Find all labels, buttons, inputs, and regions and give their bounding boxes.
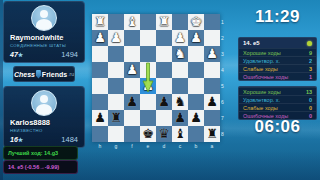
- piece-wR-d1: ♜: [156, 14, 172, 30]
- player-name: Raymondwhite: [10, 33, 78, 42]
- square-g7[interactable]: ♜: [108, 110, 124, 126]
- square-c7[interactable]: ♟: [172, 110, 188, 126]
- square-b6[interactable]: [188, 94, 204, 110]
- square-d3[interactable]: [156, 46, 172, 62]
- square-e5[interactable]: ♟: [140, 78, 156, 94]
- square-a2[interactable]: [204, 30, 220, 46]
- square-f4[interactable]: ♟: [124, 62, 140, 78]
- stat-label: Хорошие ходы: [243, 89, 281, 95]
- square-b1[interactable]: ♚: [188, 14, 204, 30]
- square-f1[interactable]: ♝: [124, 14, 140, 30]
- game-screen: Raymondwhite СОЕДИНЕННЫЕ ШТАТЫ 47★ 1494 …: [0, 0, 320, 180]
- board-grid: ♜♝♜♚♟♟♟♟♞♟♟♟♟♟♞♟♟♜♟♟♚♛♝♜: [92, 14, 220, 142]
- stat-row-good: Хорошие ходы9: [239, 48, 316, 56]
- square-d8[interactable]: ♛: [156, 126, 172, 142]
- rank-label-4: 4: [221, 62, 229, 78]
- square-b5[interactable]: [188, 78, 204, 94]
- square-a6[interactable]: ♟: [204, 94, 220, 110]
- square-f6[interactable]: ♟: [124, 94, 140, 110]
- stat-rows: Хорошие ходы13Удовлетвор. х.0Слабые ходы…: [239, 87, 316, 119]
- star-icon: ★: [18, 52, 23, 58]
- square-d7[interactable]: [156, 110, 172, 126]
- logo-text-tld: .ru: [68, 71, 74, 77]
- chess-board[interactable]: ♜♝♜♚♟♟♟♟♞♟♟♟♟♟♞♟♟♜♟♟♚♛♝♜: [92, 14, 220, 142]
- player-rating: 1484: [61, 135, 78, 144]
- rank-label-2: 2: [221, 30, 229, 46]
- piece-wP-g2: ♟: [108, 30, 124, 46]
- square-h8[interactable]: [92, 126, 108, 142]
- clock-top: 11:29: [238, 7, 317, 27]
- square-b7[interactable]: ♟: [188, 110, 204, 126]
- square-f7[interactable]: [124, 110, 140, 126]
- square-a8[interactable]: ♜: [204, 126, 220, 142]
- stat-row-ok: Удовлетвор. х.0: [239, 95, 316, 103]
- rank-label-3: 3: [221, 46, 229, 62]
- rank-label-8: 8: [221, 126, 229, 142]
- square-d6[interactable]: ♟: [156, 94, 172, 110]
- square-e7[interactable]: [140, 110, 156, 126]
- piece-wB-f1: ♝: [124, 14, 140, 30]
- square-c1[interactable]: [172, 14, 188, 30]
- piece-bB-c8: ♝: [172, 126, 188, 142]
- rank-label-7: 7: [221, 110, 229, 126]
- stat-value: 0: [309, 97, 312, 103]
- rank-label-5: 5: [221, 78, 229, 94]
- square-h1[interactable]: ♜: [92, 14, 108, 30]
- square-d2[interactable]: [156, 30, 172, 46]
- rank-label-6: 6: [221, 94, 229, 110]
- square-a7[interactable]: [204, 110, 220, 126]
- square-a1[interactable]: [204, 14, 220, 30]
- file-label-f: f: [124, 142, 140, 150]
- player-rating: 1494: [61, 50, 78, 59]
- logo-text-friends: Friends: [42, 71, 67, 78]
- last-move-label: 14. e5: [243, 40, 260, 46]
- square-h3[interactable]: [92, 46, 108, 62]
- stat-label: Хорошие ходы: [243, 50, 281, 56]
- piece-bR-a8: ♜: [204, 126, 220, 142]
- rank-label-1: 1: [221, 14, 229, 30]
- square-c6[interactable]: ♞: [172, 94, 188, 110]
- file-labels: hgfedcba: [92, 142, 220, 150]
- player-stars: 16★: [10, 136, 23, 143]
- piece-bP-h7: ♟: [92, 110, 108, 126]
- square-c4[interactable]: [172, 62, 188, 78]
- piece-bR-g7: ♜: [108, 110, 124, 126]
- piece-wP-f4: ♟: [124, 62, 140, 78]
- square-c2[interactable]: ♟: [172, 30, 188, 46]
- best-move-annotation: Лучший ход: 14.g3: [3, 146, 78, 160]
- avatar: [31, 90, 57, 116]
- stat-row-bad: Ошибочные ходы1: [239, 72, 316, 80]
- stat-label: Ошибочные ходы: [243, 74, 288, 80]
- square-e2[interactable]: [140, 30, 156, 46]
- square-g3[interactable]: [108, 46, 124, 62]
- square-h6[interactable]: [92, 94, 108, 110]
- square-c5[interactable]: [172, 78, 188, 94]
- square-f8[interactable]: [124, 126, 140, 142]
- square-c8[interactable]: ♝: [172, 126, 188, 142]
- player-card-top[interactable]: Raymondwhite СОЕДИНЕННЫЕ ШТАТЫ 47★ 1494: [3, 1, 85, 63]
- square-e1[interactable]: [140, 14, 156, 30]
- piece-bP-b7: ♟: [188, 110, 204, 126]
- stat-value: 13: [306, 89, 312, 95]
- file-label-e: e: [140, 142, 156, 150]
- square-g1[interactable]: [108, 14, 124, 30]
- piece-bN-c6: ♞: [172, 94, 188, 110]
- player-country: НЕИЗВЕСТНО: [10, 128, 78, 133]
- file-label-d: d: [156, 142, 172, 150]
- piece-wN-c3: ♞: [172, 46, 188, 62]
- square-b3[interactable]: [188, 46, 204, 62]
- stat-label: Удовлетвор. х.: [243, 58, 280, 64]
- square-a5[interactable]: [204, 78, 220, 94]
- stat-label: Удовлетвор. х.: [243, 97, 280, 103]
- star-icon: ★: [18, 137, 23, 143]
- piece-bP-c7: ♟: [172, 110, 188, 126]
- square-d5[interactable]: [156, 78, 172, 94]
- stat-label: Слабые ходы: [243, 66, 278, 72]
- stat-row-weak: Слабые ходы3: [239, 64, 316, 72]
- piece-bP-d6: ♟: [156, 94, 172, 110]
- stat-value: 2: [309, 58, 312, 64]
- square-e4[interactable]: [140, 62, 156, 78]
- square-h7[interactable]: ♟: [92, 110, 108, 126]
- stat-value: 1: [309, 74, 312, 80]
- square-h4[interactable]: [92, 62, 108, 78]
- piece-wP-a3: ♟: [204, 46, 220, 62]
- piece-wP-b2: ♟: [188, 30, 204, 46]
- piece-bK-e8: ♚: [140, 126, 156, 142]
- square-a3[interactable]: ♟: [204, 46, 220, 62]
- piece-wP-h2: ♟: [92, 30, 108, 46]
- square-h5[interactable]: [92, 78, 108, 94]
- square-g2[interactable]: ♟: [108, 30, 124, 46]
- square-f2[interactable]: [124, 30, 140, 46]
- player-country: СОЕДИНЕННЫЕ ШТАТЫ: [10, 43, 78, 48]
- square-b2[interactable]: ♟: [188, 30, 204, 46]
- shield-icon: [36, 70, 41, 79]
- file-label-a: a: [204, 142, 220, 150]
- file-label-g: g: [108, 142, 124, 150]
- player-card-bottom[interactable]: Karlos8888 НЕИЗВЕСТНО 16★ 1484: [3, 86, 85, 148]
- square-d4[interactable]: [156, 62, 172, 78]
- square-c3[interactable]: ♞: [172, 46, 188, 62]
- piece-bP-a6: ♟: [204, 94, 220, 110]
- site-logo[interactable]: Chess Friends .ru: [13, 66, 75, 82]
- played-move-annotation: 14. e5 (-0.56→-9.99): [3, 160, 78, 174]
- stat-rows: Хорошие ходы9Удовлетвор. х.2Слабые ходы3…: [239, 48, 316, 80]
- stat-row-weak: Слабые ходы0: [239, 103, 316, 111]
- stat-value: 0: [309, 105, 312, 111]
- square-b8[interactable]: [188, 126, 204, 142]
- stat-row-ok: Удовлетвор. х.2: [239, 56, 316, 64]
- analysis-panel-top[interactable]: 14. e5 Хорошие ходы9Удовлетвор. х.2Слабы…: [238, 37, 317, 81]
- file-label-b: b: [188, 142, 204, 150]
- square-g6[interactable]: [108, 94, 124, 110]
- stat-value: 3: [309, 66, 312, 72]
- piece-wP-c2: ♟: [172, 30, 188, 46]
- square-g4[interactable]: [108, 62, 124, 78]
- piece-bQ-d8: ♛: [156, 126, 172, 142]
- stat-row-good: Хорошие ходы13: [239, 87, 316, 95]
- square-e6[interactable]: [140, 94, 156, 110]
- square-a4[interactable]: [204, 62, 220, 78]
- clock-bottom: 06:06: [238, 117, 317, 137]
- square-g8[interactable]: [108, 126, 124, 142]
- analysis-panel-bottom[interactable]: Хорошие ходы13Удовлетвор. х.0Слабые ходы…: [238, 86, 317, 120]
- square-h2[interactable]: ♟: [92, 30, 108, 46]
- square-b4[interactable]: [188, 62, 204, 78]
- piece-wR-h1: ♜: [92, 14, 108, 30]
- square-e3[interactable]: [140, 46, 156, 62]
- player-name: Karlos8888: [10, 118, 78, 127]
- square-f3[interactable]: [124, 46, 140, 62]
- piece-bP-f6: ♟: [124, 94, 140, 110]
- player-stars: 47★: [10, 51, 23, 58]
- file-label-h: h: [92, 142, 108, 150]
- stat-value: 9: [309, 50, 312, 56]
- rank-labels: 12345678: [221, 14, 229, 142]
- file-label-c: c: [172, 142, 188, 150]
- piece-wK-b1: ♚: [188, 14, 204, 30]
- square-d1[interactable]: ♜: [156, 14, 172, 30]
- move-quality-dot: [307, 41, 312, 46]
- square-e8[interactable]: ♚: [140, 126, 156, 142]
- piece-wP-e5: ♟: [140, 78, 156, 94]
- stat-label: Слабые ходы: [243, 105, 278, 111]
- logo-text-chess: Chess: [14, 71, 35, 78]
- avatar: [31, 5, 57, 31]
- square-g5[interactable]: [108, 78, 124, 94]
- square-f5[interactable]: [124, 78, 140, 94]
